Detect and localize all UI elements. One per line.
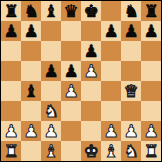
square-a4[interactable] xyxy=(1,81,21,101)
square-a3[interactable] xyxy=(1,101,21,121)
square-e1[interactable]: ♚ xyxy=(81,141,101,161)
square-f2[interactable]: ♟ xyxy=(101,121,121,141)
square-a5[interactable] xyxy=(1,61,21,81)
square-f3[interactable] xyxy=(101,101,121,121)
white-pawn: ♟ xyxy=(143,121,158,141)
square-b2[interactable]: ♟ xyxy=(21,121,41,141)
square-g6[interactable] xyxy=(121,41,141,61)
square-b6[interactable] xyxy=(21,41,41,61)
black-pawn: ♟ xyxy=(103,21,118,41)
square-e2[interactable] xyxy=(81,121,101,141)
square-c2[interactable]: ♟ xyxy=(41,121,61,141)
white-rook: ♜ xyxy=(3,141,18,161)
square-e5[interactable]: ♟ xyxy=(81,61,101,81)
white-pawn: ♟ xyxy=(103,121,118,141)
square-a1[interactable]: ♜ xyxy=(1,141,21,161)
square-f8[interactable] xyxy=(101,1,121,21)
square-g4[interactable]: ♛ xyxy=(121,81,141,101)
square-b5[interactable] xyxy=(21,61,41,81)
square-f6[interactable] xyxy=(101,41,121,61)
square-h7[interactable]: ♟ xyxy=(141,21,161,41)
black-pawn: ♟ xyxy=(23,21,38,41)
white-bishop: ♝ xyxy=(103,141,118,161)
square-h8[interactable]: ♜ xyxy=(141,1,161,21)
square-c4[interactable] xyxy=(41,81,61,101)
black-bishop: ♝ xyxy=(43,1,58,21)
white-pawn: ♟ xyxy=(123,121,138,141)
square-c1[interactable]: ♝ xyxy=(41,141,61,161)
white-pawn: ♟ xyxy=(3,121,18,141)
white-king: ♚ xyxy=(83,141,98,161)
square-d4[interactable]: ♟ xyxy=(61,81,81,101)
square-h4[interactable] xyxy=(141,81,161,101)
square-b1[interactable] xyxy=(21,141,41,161)
square-a8[interactable]: ♜ xyxy=(1,1,21,21)
square-e8[interactable]: ♚ xyxy=(81,1,101,21)
square-d5[interactable]: ♟ xyxy=(61,61,81,81)
black-knight: ♞ xyxy=(123,1,138,21)
square-d1[interactable] xyxy=(61,141,81,161)
black-queen: ♛ xyxy=(63,1,78,21)
square-c8[interactable]: ♝ xyxy=(41,1,61,21)
square-g2[interactable]: ♟ xyxy=(121,121,141,141)
square-h2[interactable]: ♟ xyxy=(141,121,161,141)
square-f1[interactable]: ♝ xyxy=(101,141,121,161)
black-pawn: ♟ xyxy=(143,21,158,41)
black-pawn: ♟ xyxy=(83,41,98,61)
white-bishop: ♝ xyxy=(43,141,58,161)
white-pawn: ♟ xyxy=(63,81,78,101)
white-pawn: ♟ xyxy=(23,121,38,141)
square-b8[interactable]: ♞ xyxy=(21,1,41,21)
black-bishop: ♝ xyxy=(23,81,38,101)
square-g5[interactable] xyxy=(121,61,141,81)
white-queen: ♛ xyxy=(123,81,138,101)
square-a6[interactable] xyxy=(1,41,21,61)
square-e6[interactable]: ♟ xyxy=(81,41,101,61)
square-b4[interactable]: ♝ xyxy=(21,81,41,101)
square-c6[interactable] xyxy=(41,41,61,61)
square-f4[interactable] xyxy=(101,81,121,101)
square-g8[interactable]: ♞ xyxy=(121,1,141,21)
black-knight: ♞ xyxy=(23,1,38,21)
square-f7[interactable]: ♟ xyxy=(101,21,121,41)
white-pawn: ♟ xyxy=(83,61,98,81)
square-b3[interactable] xyxy=(21,101,41,121)
black-pawn: ♟ xyxy=(3,21,18,41)
white-knight: ♞ xyxy=(43,101,58,121)
square-e4[interactable] xyxy=(81,81,101,101)
square-g3[interactable] xyxy=(121,101,141,121)
black-rook: ♜ xyxy=(143,1,158,21)
black-rook: ♜ xyxy=(3,1,18,21)
square-b7[interactable]: ♟ xyxy=(21,21,41,41)
square-d8[interactable]: ♛ xyxy=(61,1,81,21)
square-a7[interactable]: ♟ xyxy=(1,21,21,41)
chess-board: ♜♞♝♛♚♞♜♟♟♟♟♟♟♟♟♟♝♟♛♞♟♟♟♟♟♟♜♝♚♝♞♜ xyxy=(0,0,162,162)
square-h6[interactable] xyxy=(141,41,161,61)
black-pawn: ♟ xyxy=(63,61,78,81)
white-pawn: ♟ xyxy=(43,121,58,141)
square-d2[interactable] xyxy=(61,121,81,141)
square-d3[interactable] xyxy=(61,101,81,121)
square-c5[interactable]: ♟ xyxy=(41,61,61,81)
square-g1[interactable]: ♞ xyxy=(121,141,141,161)
black-pawn: ♟ xyxy=(43,61,58,81)
square-e7[interactable] xyxy=(81,21,101,41)
square-c3[interactable]: ♞ xyxy=(41,101,61,121)
square-g7[interactable]: ♟ xyxy=(121,21,141,41)
square-d6[interactable] xyxy=(61,41,81,61)
square-h5[interactable] xyxy=(141,61,161,81)
black-king: ♚ xyxy=(83,1,98,21)
white-knight: ♞ xyxy=(123,141,138,161)
square-e3[interactable] xyxy=(81,101,101,121)
square-h3[interactable] xyxy=(141,101,161,121)
black-pawn: ♟ xyxy=(123,21,138,41)
square-f5[interactable] xyxy=(101,61,121,81)
square-a2[interactable]: ♟ xyxy=(1,121,21,141)
square-h1[interactable]: ♜ xyxy=(141,141,161,161)
square-c7[interactable] xyxy=(41,21,61,41)
white-rook: ♜ xyxy=(143,141,158,161)
square-d7[interactable] xyxy=(61,21,81,41)
